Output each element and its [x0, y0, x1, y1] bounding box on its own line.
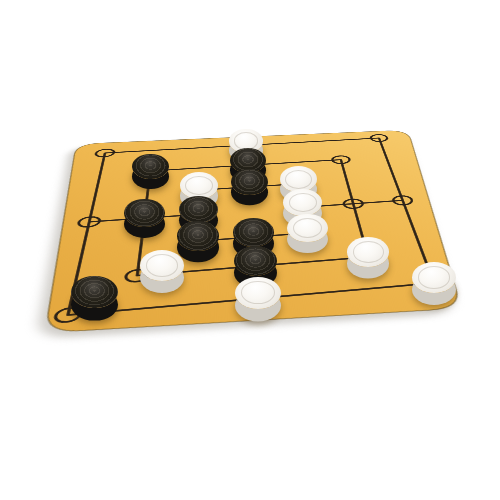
piece-white-b2[interactable] — [140, 250, 184, 281]
piece-white-d1[interactable] — [235, 277, 281, 309]
piece-black-a1[interactable] — [71, 276, 118, 309]
piece-white-e3[interactable] — [287, 214, 328, 243]
piece-black-b6[interactable] — [132, 154, 169, 180]
piece-black-b4[interactable] — [124, 199, 164, 227]
piece-black-d3[interactable] — [233, 218, 275, 247]
piece-black-c3[interactable] — [177, 221, 219, 250]
piece-black-d2[interactable] — [234, 246, 278, 277]
piece-white-c5[interactable] — [180, 172, 218, 199]
product-photo-scene — [0, 0, 500, 500]
piece-white-f2[interactable] — [347, 237, 390, 267]
